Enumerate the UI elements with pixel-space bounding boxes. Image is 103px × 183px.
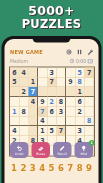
cell-r2c6[interactable] (57, 77, 66, 87)
cell-r6c9[interactable]: 8 (85, 116, 94, 126)
hint-button[interactable]: Hint1 (75, 142, 94, 158)
cell-r7c1[interactable]: 4 (10, 126, 19, 136)
cell-r2c7[interactable]: 9 (66, 77, 75, 87)
promo-banner: 5000+ PUZZLES (0, 4, 103, 30)
numpad-8[interactable]: 8 (77, 163, 83, 173)
cell-r5c3[interactable] (29, 107, 38, 117)
cell-r4c2[interactable] (19, 97, 28, 107)
cell-r1c5[interactable]: 3 (47, 68, 56, 78)
cell-r7c6[interactable]: 7 (57, 126, 66, 136)
cell-r6c8[interactable] (75, 116, 84, 126)
pencil-button[interactable]: Pencil (53, 142, 72, 158)
cell-r5c2[interactable]: 8 (19, 107, 28, 117)
cell-r1c3[interactable] (29, 68, 38, 78)
cell-r4c3[interactable]: 4 (29, 97, 38, 107)
numpad-4[interactable]: 4 (39, 163, 45, 173)
hint-button-label: Hint (80, 152, 87, 156)
cell-r3c8[interactable]: 1 (75, 87, 84, 97)
cell-r7c4[interactable]: 1 (38, 126, 47, 136)
cell-r4c1[interactable] (10, 97, 19, 107)
cell-r3c3[interactable]: 7 (29, 87, 38, 97)
cell-r7c5[interactable]: 5 (47, 126, 56, 136)
cell-r7c2[interactable] (19, 126, 28, 136)
cell-r1c9[interactable]: 7 (85, 68, 94, 78)
cell-r2c2[interactable] (19, 77, 28, 87)
cell-r5c1[interactable]: 1 (10, 107, 19, 117)
page-title: NEW GAME (10, 49, 43, 55)
cell-r4c4[interactable]: 9 (38, 97, 47, 107)
cell-r2c5[interactable]: 7 (47, 77, 56, 87)
cell-r2c3[interactable]: 1 (29, 77, 38, 87)
phone-notch (33, 36, 71, 43)
numpad-2[interactable]: 2 (20, 163, 26, 173)
status-row: Medium 0:00 (10, 58, 93, 64)
timer-value: 0:00 (76, 59, 86, 64)
cell-r6c3[interactable] (29, 116, 38, 126)
erase-button[interactable]: Erase (32, 142, 51, 158)
cell-r4c9[interactable] (85, 97, 94, 107)
cell-r5c8[interactable]: 2 (75, 107, 84, 117)
cell-r1c2[interactable]: 4 (19, 68, 28, 78)
pause-timer-button[interactable] (88, 59, 94, 64)
tools-wrench-icon[interactable] (87, 49, 93, 55)
numpad-9[interactable]: 9 (86, 163, 92, 173)
cell-r1c8[interactable]: 5 (75, 68, 84, 78)
numpad-7[interactable]: 7 (67, 163, 73, 173)
cell-r1c4[interactable] (38, 68, 47, 78)
pencil-button-label: Pencil (58, 152, 68, 156)
cell-r6c6[interactable] (57, 116, 66, 126)
cell-r5c5[interactable]: 6 (47, 107, 56, 117)
numpad-1[interactable]: 1 (11, 163, 17, 173)
toolbar: UndoErasePencilHint1 (10, 142, 93, 159)
numpad-6[interactable]: 6 (58, 163, 64, 173)
cell-r4c8[interactable]: 6 (75, 97, 84, 107)
cell-r1c6[interactable] (57, 68, 66, 78)
erase-button-label: Erase (36, 152, 45, 156)
cell-r7c3[interactable] (29, 126, 38, 136)
cell-r7c7[interactable] (66, 126, 75, 136)
difficulty-label: Medium (10, 59, 28, 64)
hint-count-badge: 1 (89, 140, 95, 146)
numpad: 123456789 (11, 163, 92, 173)
cell-r6c1[interactable] (10, 116, 19, 126)
cell-r5c4[interactable]: 7 (38, 107, 47, 117)
cell-r3c7[interactable] (66, 87, 75, 97)
app-screen: NEW GAME Medium (5, 39, 99, 183)
pause-icon[interactable] (77, 49, 83, 55)
cell-r5c7[interactable] (66, 107, 75, 117)
phone-frame: NEW GAME Medium (2, 36, 102, 183)
undo-button-label: Undo (15, 152, 23, 156)
cell-r3c4[interactable] (38, 87, 47, 97)
settings-gear-icon[interactable] (66, 49, 72, 55)
promo-line2: PUZZLES (0, 17, 103, 30)
cell-r3c5[interactable] (47, 87, 56, 97)
clock-icon (69, 59, 74, 64)
cell-r7c8[interactable]: 3 (75, 126, 84, 136)
cell-r1c1[interactable]: 6 (10, 68, 19, 78)
promo-line1: 5000+ (0, 4, 103, 17)
cell-r4c5[interactable]: 2 (47, 97, 56, 107)
cell-r4c6[interactable]: 8 (57, 97, 66, 107)
cell-r5c9[interactable] (85, 107, 94, 117)
cell-r6c4[interactable]: 4 (38, 116, 47, 126)
cell-r2c4[interactable] (38, 77, 47, 87)
cell-r5c6[interactable]: 3 (57, 107, 66, 117)
cell-r1c7[interactable] (66, 68, 75, 78)
cell-r3c2[interactable]: 2 (19, 87, 28, 97)
promo-screenshot: 5000+ PUZZLES NEW GAME (0, 0, 103, 183)
cell-r2c9[interactable] (85, 77, 94, 87)
cell-r4c7[interactable] (66, 97, 75, 107)
cell-r7c9[interactable] (85, 126, 94, 136)
cell-r2c8[interactable]: 8 (75, 77, 84, 87)
cell-r6c5[interactable] (47, 116, 56, 126)
cell-r6c2[interactable] (19, 116, 28, 126)
cell-r6c7[interactable] (66, 116, 75, 126)
cell-r3c6[interactable] (57, 87, 66, 97)
cell-r2c1[interactable]: 5 (10, 77, 19, 87)
cell-r3c1[interactable] (10, 87, 19, 97)
cell-r3c9[interactable] (85, 87, 94, 97)
numpad-5[interactable]: 5 (49, 163, 55, 173)
app-header: NEW GAME (10, 48, 93, 56)
undo-button[interactable]: Undo (10, 142, 29, 158)
numpad-3[interactable]: 3 (30, 163, 36, 173)
